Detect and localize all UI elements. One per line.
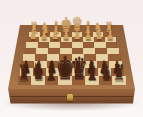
piece-white-pawn[interactable]: ♟: [40, 29, 47, 42]
piece-black-king[interactable]: ♚: [56, 52, 74, 84]
piece-white-pawn[interactable]: ♟: [62, 29, 69, 42]
piece-white-pawn[interactable]: ♟: [84, 29, 91, 42]
brass-clasp[interactable]: [67, 94, 73, 101]
piece-black-knight[interactable]: ♞: [31, 60, 44, 84]
chess-set-photo: ♜♞♝♛♚♝♞♜♟♟♟♟♟♟♟♟♟♟♟♟♟♟♟♟♜♞♝♛♚♝♞♜: [0, 0, 143, 117]
piece-black-rook[interactable]: ♜: [113, 62, 125, 84]
piece-black-knight[interactable]: ♞: [99, 60, 112, 84]
piece-white-pawn[interactable]: ♟: [106, 29, 113, 42]
piece-white-pawn[interactable]: ♟: [95, 29, 102, 42]
piece-white-pawn[interactable]: ♟: [73, 29, 80, 42]
piece-black-bishop[interactable]: ♝: [44, 58, 59, 84]
piece-white-pawn[interactable]: ♟: [29, 29, 36, 42]
piece-black-rook[interactable]: ♜: [18, 62, 30, 84]
piece-white-pawn[interactable]: ♟: [51, 29, 58, 42]
